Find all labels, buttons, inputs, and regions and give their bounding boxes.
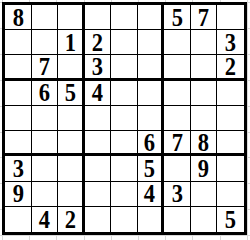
- given-digit: 5: [171, 5, 182, 30]
- cell-r5c7[interactable]: [164, 106, 191, 131]
- given-digit: 7: [171, 131, 182, 155]
- given-digit: 7: [39, 55, 50, 79]
- cell-r9c5[interactable]: [111, 207, 138, 232]
- cell-r6c7: 7: [164, 131, 191, 156]
- cell-r7c5[interactable]: [111, 156, 138, 181]
- given-digit: 5: [144, 156, 155, 181]
- given-digit: 3: [92, 55, 103, 79]
- cell-r8c6: 4: [138, 182, 165, 207]
- cell-r8c7: 3: [164, 182, 191, 207]
- given-digit: 8: [198, 131, 209, 155]
- cell-r7c8: 9: [191, 156, 218, 181]
- cell-r7c2[interactable]: [32, 156, 59, 181]
- cell-r2c9: 3: [217, 30, 244, 55]
- cell-r1c9[interactable]: [217, 5, 244, 30]
- cell-r1c3[interactable]: [58, 5, 85, 30]
- cell-r5c9[interactable]: [217, 106, 244, 131]
- cell-r6c5[interactable]: [111, 131, 138, 156]
- cell-r2c7[interactable]: [164, 30, 191, 55]
- cell-r9c9: 5: [217, 207, 244, 232]
- cell-r1c8: 7: [191, 5, 218, 30]
- cell-r1c7: 5: [164, 5, 191, 30]
- cell-r6c9[interactable]: [217, 131, 244, 156]
- cell-r2c2[interactable]: [32, 30, 59, 55]
- cell-r3c3[interactable]: [58, 55, 85, 80]
- cell-r6c1[interactable]: [5, 131, 32, 156]
- cell-r5c3[interactable]: [58, 106, 85, 131]
- given-digit: 3: [12, 156, 23, 181]
- cell-r2c5[interactable]: [111, 30, 138, 55]
- cell-r7c3[interactable]: [58, 156, 85, 181]
- cell-r9c7[interactable]: [164, 207, 191, 232]
- given-digit: 7: [198, 5, 209, 30]
- cell-r8c3[interactable]: [58, 182, 85, 207]
- cell-r4c1[interactable]: [5, 81, 32, 106]
- cell-r5c4[interactable]: [85, 106, 112, 131]
- cell-r3c7[interactable]: [164, 55, 191, 80]
- cell-r6c4[interactable]: [85, 131, 112, 156]
- cell-r4c7[interactable]: [164, 81, 191, 106]
- cell-r9c3: 2: [58, 207, 85, 232]
- cell-r5c6[interactable]: [138, 106, 165, 131]
- cell-r2c4: 2: [85, 30, 112, 55]
- cell-r9c4[interactable]: [85, 207, 112, 232]
- cell-r7c6: 5: [138, 156, 165, 181]
- sudoku-screen: 857123732654678359943425: [0, 0, 250, 240]
- given-digit: 2: [64, 207, 75, 232]
- cell-r2c3: 1: [58, 30, 85, 55]
- cell-r4c3: 5: [58, 81, 85, 106]
- cell-r4c5[interactable]: [111, 81, 138, 106]
- given-digit: 6: [39, 81, 50, 106]
- cell-r8c9[interactable]: [217, 182, 244, 207]
- given-digit: 9: [12, 182, 23, 207]
- cell-r9c1[interactable]: [5, 207, 32, 232]
- cell-r8c1: 9: [5, 182, 32, 207]
- cell-r7c7[interactable]: [164, 156, 191, 181]
- cell-r7c4[interactable]: [85, 156, 112, 181]
- cell-r3c8[interactable]: [191, 55, 218, 80]
- given-digit: 4: [144, 182, 155, 207]
- cell-r3c6[interactable]: [138, 55, 165, 80]
- cell-r1c5[interactable]: [111, 5, 138, 30]
- cell-r9c8[interactable]: [191, 207, 218, 232]
- cell-r4c2: 6: [32, 81, 59, 106]
- cell-r3c1[interactable]: [5, 55, 32, 80]
- cell-r5c2[interactable]: [32, 106, 59, 131]
- given-digit: 8: [12, 5, 23, 30]
- cell-r8c4[interactable]: [85, 182, 112, 207]
- cell-r1c6[interactable]: [138, 5, 165, 30]
- cell-r8c5[interactable]: [111, 182, 138, 207]
- cell-r7c9[interactable]: [217, 156, 244, 181]
- given-digit: 3: [225, 30, 236, 55]
- cell-r1c4[interactable]: [85, 5, 112, 30]
- cell-r9c2: 4: [32, 207, 59, 232]
- cell-r7c1: 3: [5, 156, 32, 181]
- cell-r6c2[interactable]: [32, 131, 59, 156]
- cell-r4c4: 4: [85, 81, 112, 106]
- cell-r6c8: 8: [191, 131, 218, 156]
- cell-r6c3[interactable]: [58, 131, 85, 156]
- cell-r4c6[interactable]: [138, 81, 165, 106]
- cell-r3c4: 3: [85, 55, 112, 80]
- cell-r2c1[interactable]: [5, 30, 32, 55]
- given-digit: 4: [92, 81, 103, 106]
- cell-r5c5[interactable]: [111, 106, 138, 131]
- given-digit: 5: [64, 81, 75, 106]
- cell-r2c6[interactable]: [138, 30, 165, 55]
- cell-r4c9[interactable]: [217, 81, 244, 106]
- cell-r3c2: 7: [32, 55, 59, 80]
- cell-r2c8[interactable]: [191, 30, 218, 55]
- cell-r1c1: 8: [5, 5, 32, 30]
- sudoku-board: 857123732654678359943425: [2, 2, 247, 235]
- given-digit: 5: [225, 207, 236, 232]
- given-digit: 6: [144, 131, 155, 155]
- given-digit: 1: [64, 30, 75, 55]
- cell-r4c8[interactable]: [191, 81, 218, 106]
- given-digit: 2: [225, 55, 236, 79]
- cell-r5c8[interactable]: [191, 106, 218, 131]
- cell-r6c6: 6: [138, 131, 165, 156]
- given-digit: 9: [198, 156, 209, 181]
- cell-r8c8[interactable]: [191, 182, 218, 207]
- given-digit: 4: [39, 207, 50, 232]
- cell-r9c6[interactable]: [138, 207, 165, 232]
- cell-r8c2[interactable]: [32, 182, 59, 207]
- cell-r3c9: 2: [217, 55, 244, 80]
- given-digit: 3: [171, 182, 182, 207]
- cell-r1c2[interactable]: [32, 5, 59, 30]
- cell-r3c5[interactable]: [111, 55, 138, 80]
- cell-r5c1[interactable]: [5, 106, 32, 131]
- given-digit: 2: [92, 30, 103, 55]
